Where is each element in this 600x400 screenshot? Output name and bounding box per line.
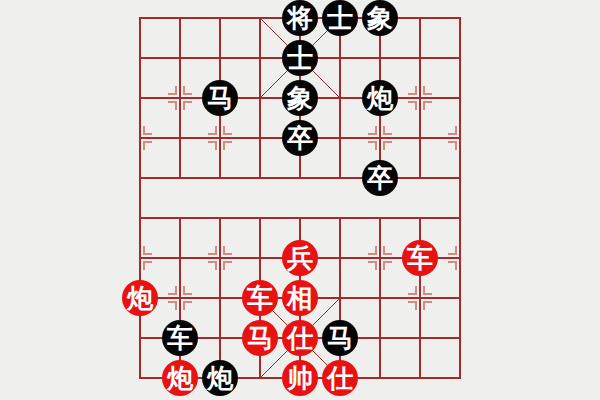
piece-red-advisor[interactable]: 仕 bbox=[322, 360, 358, 396]
piece-black-pawn[interactable]: 卒 bbox=[282, 120, 318, 156]
piece-red-chariot[interactable]: 车 bbox=[402, 240, 438, 276]
piece-black-elephant[interactable]: 象 bbox=[282, 80, 318, 116]
piece-red-horse[interactable]: 马 bbox=[242, 320, 278, 356]
piece-red-cannon[interactable]: 炮 bbox=[122, 280, 158, 316]
piece-red-pawn[interactable]: 兵 bbox=[282, 240, 318, 276]
piece-black-cannon[interactable]: 炮 bbox=[202, 360, 238, 396]
piece-red-cannon[interactable]: 炮 bbox=[162, 360, 198, 396]
piece-black-advisor[interactable]: 士 bbox=[322, 0, 358, 36]
piece-red-chariot[interactable]: 车 bbox=[242, 280, 278, 316]
piece-black-general[interactable]: 将 bbox=[282, 0, 318, 36]
piece-red-advisor[interactable]: 仕 bbox=[282, 320, 318, 356]
piece-black-pawn[interactable]: 卒 bbox=[362, 160, 398, 196]
piece-red-elephant[interactable]: 相 bbox=[282, 280, 318, 316]
app-background: 将士象士马象炮卒卒兵车炮车相车马仕马炮炮帅仕 bbox=[0, 0, 600, 400]
piece-black-horse[interactable]: 马 bbox=[202, 80, 238, 116]
piece-black-elephant[interactable]: 象 bbox=[362, 0, 398, 36]
piece-black-chariot[interactable]: 车 bbox=[162, 320, 198, 356]
piece-black-cannon[interactable]: 炮 bbox=[362, 80, 398, 116]
xiangqi-board: 将士象士马象炮卒卒兵车炮车相车马仕马炮炮帅仕 bbox=[120, 0, 480, 398]
piece-black-horse[interactable]: 马 bbox=[322, 320, 358, 356]
piece-black-advisor[interactable]: 士 bbox=[282, 40, 318, 76]
piece-red-general[interactable]: 帅 bbox=[282, 360, 318, 396]
